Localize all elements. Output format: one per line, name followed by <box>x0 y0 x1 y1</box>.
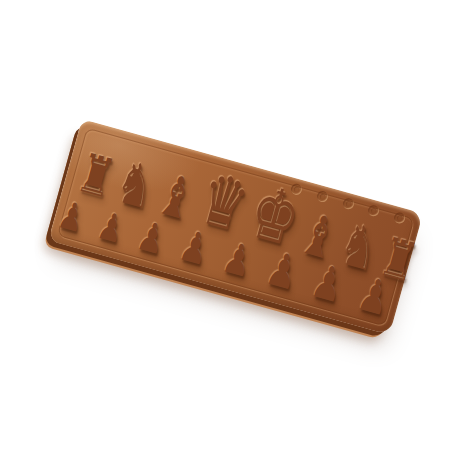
chocolate-mold-tray: ♜ ♞ ♝ ♛ ♚ ♝ ♞ ♜ ♟ ♟ ♟ ♟ ♟ ♟ ♟ ♟ <box>48 119 423 335</box>
cavity-pawn-7-icon: ♟ <box>308 257 349 310</box>
cavity-pawn-4-icon: ♟ <box>176 224 214 273</box>
cavity-pawn-2-icon: ♟ <box>94 206 128 249</box>
cavity-pawn-8-icon: ♟ <box>353 270 394 323</box>
cavity-pawn-6-icon: ♟ <box>262 245 303 298</box>
cavity-pawn-3-icon: ♟ <box>134 215 170 261</box>
cavity-pawn-5-icon: ♟ <box>219 236 257 285</box>
photo-background: ♜ ♞ ♝ ♛ ♚ ♝ ♞ ♜ ♟ ♟ ♟ ♟ ♟ ♟ ♟ ♟ <box>0 0 450 450</box>
cavity-pawn-1-icon: ♟ <box>55 195 89 238</box>
